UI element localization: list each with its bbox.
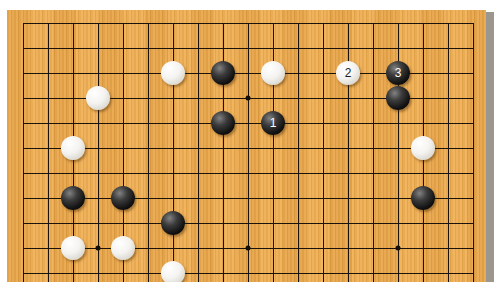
move-number: 1 xyxy=(270,117,277,129)
white-stone xyxy=(61,236,85,260)
grid-line-horizontal xyxy=(23,48,474,49)
grid-line-horizontal xyxy=(23,198,474,199)
black-stone xyxy=(411,186,435,210)
black-stone xyxy=(386,86,410,110)
grid-line-horizontal xyxy=(23,273,474,274)
white-stone xyxy=(111,236,135,260)
grid-line-vertical xyxy=(198,23,199,282)
grid-line-vertical xyxy=(148,23,149,282)
white-stone xyxy=(86,86,110,110)
black-stone xyxy=(161,211,185,235)
white-stone xyxy=(261,61,285,85)
go-board[interactable]: 231 xyxy=(7,10,486,282)
star-point xyxy=(246,246,251,251)
grid-line-vertical xyxy=(473,23,474,282)
grid-line-vertical xyxy=(98,23,99,282)
board-shadow xyxy=(486,12,494,282)
move-number: 2 xyxy=(345,67,352,79)
white-stone: 2 xyxy=(336,61,360,85)
star-point xyxy=(246,96,251,101)
grid-line-horizontal xyxy=(23,223,474,224)
grid-line-vertical xyxy=(48,23,49,282)
grid-line-vertical xyxy=(248,23,249,282)
white-stone xyxy=(161,61,185,85)
white-stone xyxy=(411,136,435,160)
black-stone xyxy=(61,186,85,210)
star-point xyxy=(96,246,101,251)
star-point xyxy=(396,246,401,251)
black-stone xyxy=(211,61,235,85)
grid-line-horizontal xyxy=(23,123,474,124)
black-stone: 3 xyxy=(386,61,410,85)
grid-line-vertical xyxy=(373,23,374,282)
go-diagram-page: 231 xyxy=(0,0,500,282)
white-stone xyxy=(161,261,185,282)
grid-line-horizontal xyxy=(23,148,474,149)
white-stone xyxy=(61,136,85,160)
grid-line-vertical xyxy=(23,23,24,282)
black-stone: 1 xyxy=(261,111,285,135)
grid-line-vertical xyxy=(448,23,449,282)
grid-line-horizontal xyxy=(23,173,474,174)
grid-line-vertical xyxy=(298,23,299,282)
move-number: 3 xyxy=(395,67,402,79)
grid-line-horizontal xyxy=(23,23,474,24)
grid-line-vertical xyxy=(323,23,324,282)
black-stone xyxy=(111,186,135,210)
black-stone xyxy=(211,111,235,135)
